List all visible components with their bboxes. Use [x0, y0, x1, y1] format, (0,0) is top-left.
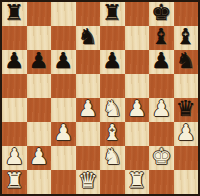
square-g1[interactable] [149, 170, 174, 194]
piece-black-pawn[interactable]: ♟ [4, 50, 24, 72]
square-b7[interactable] [27, 26, 52, 50]
piece-black-knight[interactable]: ♞ [78, 26, 98, 48]
square-h1[interactable] [174, 170, 199, 194]
square-g4[interactable]: ♟ [149, 98, 174, 122]
square-h7[interactable]: ♝ [174, 26, 199, 50]
square-d3[interactable] [76, 122, 101, 146]
square-e1[interactable] [100, 170, 125, 194]
piece-black-rook[interactable]: ♜ [4, 2, 24, 24]
square-b4[interactable] [27, 98, 52, 122]
square-f6[interactable] [125, 50, 150, 74]
piece-white-knight[interactable]: ♞ [102, 98, 122, 120]
piece-black-king[interactable]: ♚ [151, 2, 171, 24]
piece-white-king[interactable]: ♚ [151, 146, 171, 168]
piece-white-pawn[interactable]: ♟ [29, 146, 49, 168]
piece-black-rook[interactable]: ♜ [102, 2, 122, 24]
piece-black-pawn[interactable]: ♟ [29, 50, 49, 72]
square-h2[interactable] [174, 146, 199, 170]
square-f1[interactable]: ♜ [125, 170, 150, 194]
piece-white-rook[interactable]: ♜ [127, 170, 147, 192]
piece-white-pawn[interactable]: ♟ [4, 146, 24, 168]
piece-white-bishop[interactable]: ♝ [102, 122, 122, 144]
square-a3[interactable] [2, 122, 27, 146]
square-f7[interactable] [125, 26, 150, 50]
square-f5[interactable] [125, 74, 150, 98]
square-e4[interactable]: ♞ [100, 98, 125, 122]
square-b8[interactable] [27, 2, 52, 26]
square-c1[interactable] [51, 170, 76, 194]
square-c6[interactable]: ♟ [51, 50, 76, 74]
square-h6[interactable]: ♞ [174, 50, 199, 74]
square-c5[interactable] [51, 74, 76, 98]
piece-white-pawn[interactable]: ♟ [151, 98, 171, 120]
square-e7[interactable] [100, 26, 125, 50]
square-a7[interactable] [2, 26, 27, 50]
square-c7[interactable] [51, 26, 76, 50]
chess-board: ♜♜♚♞♝♝♟♟♟♟♟♞♟♞♟♟♛♟♝♟♟♟♞♚♜♛♜ [0, 0, 200, 196]
square-f3[interactable] [125, 122, 150, 146]
square-f8[interactable] [125, 2, 150, 26]
square-a1[interactable]: ♜ [2, 170, 27, 194]
square-e5[interactable] [100, 74, 125, 98]
square-e3[interactable]: ♝ [100, 122, 125, 146]
square-h3[interactable]: ♟ [174, 122, 199, 146]
square-e8[interactable]: ♜ [100, 2, 125, 26]
square-c8[interactable] [51, 2, 76, 26]
square-h4[interactable]: ♛ [174, 98, 199, 122]
square-c4[interactable] [51, 98, 76, 122]
piece-white-pawn[interactable]: ♟ [127, 98, 147, 120]
square-g8[interactable]: ♚ [149, 2, 174, 26]
piece-white-queen[interactable]: ♛ [78, 170, 98, 192]
square-d7[interactable]: ♞ [76, 26, 101, 50]
square-g7[interactable]: ♝ [149, 26, 174, 50]
piece-black-pawn[interactable]: ♟ [53, 50, 73, 72]
square-g5[interactable] [149, 74, 174, 98]
square-c2[interactable] [51, 146, 76, 170]
square-b1[interactable] [27, 170, 52, 194]
square-a4[interactable] [2, 98, 27, 122]
square-b5[interactable] [27, 74, 52, 98]
square-a5[interactable] [2, 74, 27, 98]
square-h8[interactable] [174, 2, 199, 26]
square-f2[interactable] [125, 146, 150, 170]
square-d6[interactable] [76, 50, 101, 74]
piece-black-knight[interactable]: ♞ [176, 50, 196, 72]
piece-white-pawn[interactable]: ♟ [176, 122, 196, 144]
square-a2[interactable]: ♟ [2, 146, 27, 170]
chess-app: ♜♜♚♞♝♝♟♟♟♟♟♞♟♞♟♟♛♟♝♟♟♟♞♚♜♛♜ [0, 0, 200, 196]
square-d8[interactable] [76, 2, 101, 26]
square-d2[interactable] [76, 146, 101, 170]
square-b2[interactable]: ♟ [27, 146, 52, 170]
piece-white-rook[interactable]: ♜ [4, 170, 24, 192]
square-a8[interactable]: ♜ [2, 2, 27, 26]
piece-black-pawn[interactable]: ♟ [151, 50, 171, 72]
square-b3[interactable] [27, 122, 52, 146]
square-e2[interactable]: ♞ [100, 146, 125, 170]
piece-white-pawn[interactable]: ♟ [53, 122, 73, 144]
square-h5[interactable] [174, 74, 199, 98]
piece-black-bishop[interactable]: ♝ [176, 26, 196, 48]
square-e6[interactable]: ♟ [100, 50, 125, 74]
piece-black-bishop[interactable]: ♝ [151, 26, 171, 48]
square-g2[interactable]: ♚ [149, 146, 174, 170]
piece-black-queen[interactable]: ♛ [176, 98, 196, 120]
square-f4[interactable]: ♟ [125, 98, 150, 122]
square-a6[interactable]: ♟ [2, 50, 27, 74]
piece-black-pawn[interactable]: ♟ [102, 50, 122, 72]
square-d5[interactable] [76, 74, 101, 98]
square-b6[interactable]: ♟ [27, 50, 52, 74]
square-c3[interactable]: ♟ [51, 122, 76, 146]
square-d1[interactable]: ♛ [76, 170, 101, 194]
piece-white-knight[interactable]: ♞ [102, 146, 122, 168]
piece-white-pawn[interactable]: ♟ [78, 98, 98, 120]
square-g6[interactable]: ♟ [149, 50, 174, 74]
square-d4[interactable]: ♟ [76, 98, 101, 122]
square-g3[interactable] [149, 122, 174, 146]
